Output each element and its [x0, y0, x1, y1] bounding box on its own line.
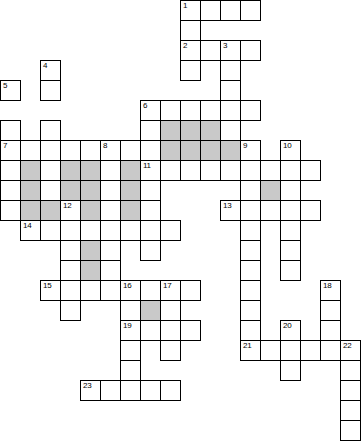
answer-cell-r11c6[interactable] — [120, 220, 141, 241]
shaded-cell-r15c7 — [140, 300, 161, 321]
answer-cell-r9c14[interactable] — [280, 180, 301, 201]
shaded-cell-r6c9 — [180, 120, 201, 141]
answer-cell-r17c17[interactable]: 22 — [340, 340, 361, 361]
shaded-cell-r7c11 — [220, 140, 241, 161]
answer-cell-r19c7[interactable] — [140, 380, 161, 401]
answer-cell-r14c9[interactable] — [180, 280, 201, 301]
answer-cell-r15c6[interactable] — [120, 300, 141, 321]
answer-cell-r12c5[interactable] — [100, 240, 121, 261]
clue-number-23: 23 — [83, 381, 91, 390]
clue-number-21: 21 — [243, 341, 251, 350]
shaded-cell-r8c1 — [20, 160, 41, 181]
answer-cell-r17c8[interactable] — [160, 340, 181, 361]
answer-cell-r12c3[interactable] — [60, 240, 81, 261]
answer-cell-r14c2[interactable]: 15 — [40, 280, 61, 301]
answer-cell-r14c7[interactable] — [140, 280, 161, 301]
answer-cell-r3c11[interactable] — [220, 60, 241, 81]
answer-cell-r17c6[interactable] — [120, 340, 141, 361]
answer-cell-r18c6[interactable] — [120, 360, 141, 381]
clue-number-2: 2 — [183, 41, 187, 50]
answer-cell-r6c2[interactable] — [40, 120, 61, 141]
shaded-cell-r9c3 — [60, 180, 81, 201]
answer-cell-r15c12[interactable] — [240, 300, 261, 321]
clue-number-5: 5 — [3, 81, 7, 90]
answer-cell-r14c16[interactable]: 18 — [320, 280, 341, 301]
answer-cell-r5c9[interactable] — [180, 100, 201, 121]
clue-number-12: 12 — [63, 201, 71, 210]
clue-number-22: 22 — [343, 341, 351, 350]
answer-cell-r17c15[interactable] — [300, 340, 321, 361]
clue-number-8: 8 — [103, 141, 107, 150]
shaded-cell-r10c2 — [40, 200, 61, 221]
answer-cell-r8c13[interactable] — [260, 160, 281, 181]
answer-cell-r16c9[interactable] — [180, 320, 201, 341]
answer-cell-r11c1[interactable]: 14 — [20, 220, 41, 241]
clue-number-7: 7 — [3, 141, 7, 150]
answer-cell-r21c17[interactable] — [340, 420, 361, 441]
answer-cell-r10c3[interactable]: 12 — [60, 200, 81, 221]
answer-cell-r7c14[interactable]: 10 — [280, 140, 301, 161]
shaded-cell-r9c1 — [20, 180, 41, 201]
answer-cell-r6c11[interactable] — [220, 120, 241, 141]
shaded-cell-r10c1 — [20, 200, 41, 221]
answer-cell-r14c6[interactable]: 16 — [120, 280, 141, 301]
answer-cell-r16c14[interactable]: 20 — [280, 320, 301, 341]
answer-cell-r10c12[interactable] — [240, 200, 261, 221]
answer-cell-r8c5[interactable] — [100, 160, 121, 181]
clue-number-1: 1 — [183, 1, 187, 10]
answer-cell-r8c12[interactable] — [240, 160, 261, 181]
answer-cell-r2c10[interactable] — [200, 40, 221, 61]
answer-cell-r10c7[interactable] — [140, 200, 161, 221]
clue-number-4: 4 — [43, 61, 47, 70]
answer-cell-r8c2[interactable] — [40, 160, 61, 181]
answer-cell-r14c12[interactable] — [240, 280, 261, 301]
answer-cell-r6c7[interactable] — [140, 120, 161, 141]
answer-cell-r0c9[interactable]: 1 — [180, 0, 201, 21]
answer-cell-r10c5[interactable] — [100, 200, 121, 221]
shaded-cell-r9c13 — [260, 180, 281, 201]
answer-cell-r2c12[interactable] — [240, 40, 261, 61]
answer-cell-r4c11[interactable] — [220, 80, 241, 101]
answer-cell-r9c7[interactable] — [140, 180, 161, 201]
answer-cell-r8c11[interactable] — [220, 160, 241, 181]
answer-cell-r14c3[interactable] — [60, 280, 81, 301]
answer-cell-r13c5[interactable] — [100, 260, 121, 281]
answer-cell-r7c6[interactable] — [120, 140, 141, 161]
answer-cell-r14c5[interactable] — [100, 280, 121, 301]
shaded-cell-r8c4 — [80, 160, 101, 181]
clue-number-6: 6 — [143, 101, 147, 110]
answer-cell-r9c0[interactable] — [0, 180, 21, 201]
shaded-cell-r9c6 — [120, 180, 141, 201]
clue-number-14: 14 — [23, 221, 31, 230]
answer-cell-r19c8[interactable] — [160, 380, 181, 401]
shaded-cell-r6c10 — [200, 120, 221, 141]
answer-cell-r0c10[interactable] — [200, 0, 221, 21]
answer-cell-r19c6[interactable] — [120, 380, 141, 401]
answer-cell-r8c8[interactable] — [160, 160, 181, 181]
answer-cell-r4c2[interactable] — [40, 80, 61, 101]
answer-cell-r0c11[interactable] — [220, 0, 241, 21]
answer-cell-r16c7[interactable] — [140, 320, 161, 341]
answer-cell-r9c12[interactable] — [240, 180, 261, 201]
clue-number-11: 11 — [143, 161, 151, 170]
answer-cell-r10c13[interactable] — [260, 200, 281, 221]
answer-cell-r16c8[interactable] — [160, 320, 181, 341]
answer-cell-r11c4[interactable] — [80, 220, 101, 241]
answer-cell-r11c7[interactable] — [140, 220, 161, 241]
answer-cell-r10c14[interactable] — [280, 200, 301, 221]
answer-cell-r0c12[interactable] — [240, 0, 261, 21]
answer-cell-r3c9[interactable] — [180, 60, 201, 81]
clue-number-15: 15 — [43, 281, 51, 290]
answer-cell-r5c8[interactable] — [160, 100, 181, 121]
answer-cell-r15c8[interactable] — [160, 300, 181, 321]
answer-cell-r15c16[interactable] — [320, 300, 341, 321]
answer-cell-r13c14[interactable] — [280, 260, 301, 281]
answer-cell-r12c12[interactable] — [240, 240, 261, 261]
clue-number-16: 16 — [123, 281, 131, 290]
answer-cell-r7c0[interactable]: 7 — [0, 140, 21, 161]
answer-cell-r8c0[interactable] — [0, 160, 21, 181]
answer-cell-r18c14[interactable] — [280, 360, 301, 381]
answer-cell-r7c3[interactable] — [60, 140, 81, 161]
shaded-cell-r13c4 — [80, 260, 101, 281]
answer-cell-r17c12[interactable]: 21 — [240, 340, 261, 361]
clue-number-20: 20 — [283, 321, 291, 330]
answer-cell-r16c12[interactable] — [240, 320, 261, 341]
clue-number-18: 18 — [323, 281, 331, 290]
shaded-cell-r7c8 — [160, 140, 181, 161]
clue-number-19: 19 — [123, 321, 131, 330]
crossword-grid: 1234567891011121314151617181920212223 — [0, 0, 361, 441]
answer-cell-r17c16[interactable] — [320, 340, 341, 361]
answer-cell-r19c4[interactable]: 23 — [80, 380, 101, 401]
answer-cell-r9c5[interactable] — [100, 180, 121, 201]
answer-cell-r3c2[interactable]: 4 — [40, 60, 61, 81]
answer-cell-r7c7[interactable] — [140, 140, 161, 161]
answer-cell-r16c6[interactable]: 19 — [120, 320, 141, 341]
answer-cell-r19c17[interactable] — [340, 380, 361, 401]
answer-cell-r13c12[interactable] — [240, 260, 261, 281]
answer-cell-r5c10[interactable] — [200, 100, 221, 121]
answer-cell-r14c4[interactable] — [80, 280, 101, 301]
answer-cell-r11c14[interactable] — [280, 220, 301, 241]
shaded-cell-r10c6 — [120, 200, 141, 221]
answer-cell-r8c7[interactable]: 11 — [140, 160, 161, 181]
shaded-cell-r7c9 — [180, 140, 201, 161]
answer-cell-r2c9[interactable]: 2 — [180, 40, 201, 61]
answer-cell-r6c0[interactable] — [0, 120, 21, 141]
clue-number-9: 9 — [243, 141, 247, 150]
answer-cell-r11c12[interactable] — [240, 220, 261, 241]
answer-cell-r7c5[interactable]: 8 — [100, 140, 121, 161]
answer-cell-r11c2[interactable] — [40, 220, 61, 241]
answer-cell-r14c8[interactable]: 17 — [160, 280, 181, 301]
answer-cell-r12c14[interactable] — [280, 240, 301, 261]
answer-cell-r10c0[interactable] — [0, 200, 21, 221]
answer-cell-r10c11[interactable]: 13 — [220, 200, 241, 221]
answer-cell-r11c5[interactable] — [100, 220, 121, 241]
answer-cell-r13c3[interactable] — [60, 260, 81, 281]
shaded-cell-r12c4 — [80, 240, 101, 261]
answer-cell-r4c0[interactable]: 5 — [0, 80, 21, 101]
shaded-cell-r10c4 — [80, 200, 101, 221]
answer-cell-r15c3[interactable] — [60, 300, 81, 321]
answer-cell-r18c17[interactable] — [340, 360, 361, 381]
answer-cell-r17c14[interactable] — [280, 340, 301, 361]
answer-cell-r2c11[interactable]: 3 — [220, 40, 241, 61]
shaded-cell-r6c8 — [160, 120, 181, 141]
answer-cell-r12c7[interactable] — [140, 240, 161, 261]
answer-cell-r8c9[interactable] — [180, 160, 201, 181]
answer-cell-r1c9[interactable] — [180, 20, 201, 41]
clue-number-17: 17 — [163, 281, 171, 290]
answer-cell-r8c15[interactable] — [300, 160, 321, 181]
answer-cell-r8c14[interactable] — [280, 160, 301, 181]
shaded-cell-r8c6 — [120, 160, 141, 181]
answer-cell-r17c13[interactable] — [260, 340, 281, 361]
answer-cell-r8c10[interactable] — [200, 160, 221, 181]
answer-cell-r5c7[interactable]: 6 — [140, 100, 161, 121]
answer-cell-r5c12[interactable] — [240, 100, 261, 121]
shaded-cell-r7c10 — [200, 140, 221, 161]
answer-cell-r11c3[interactable] — [60, 220, 81, 241]
shaded-cell-r9c4 — [80, 180, 101, 201]
answer-cell-r5c11[interactable] — [220, 100, 241, 121]
answer-cell-r10c15[interactable] — [300, 200, 321, 221]
answer-cell-r11c8[interactable] — [160, 220, 181, 241]
shaded-cell-r8c3 — [60, 160, 81, 181]
answer-cell-r7c1[interactable] — [20, 140, 41, 161]
answer-cell-r20c17[interactable] — [340, 400, 361, 421]
clue-number-3: 3 — [223, 41, 227, 50]
answer-cell-r9c2[interactable] — [40, 180, 61, 201]
clue-number-10: 10 — [283, 141, 291, 150]
answer-cell-r7c4[interactable] — [80, 140, 101, 161]
answer-cell-r7c2[interactable] — [40, 140, 61, 161]
answer-cell-r19c5[interactable] — [100, 380, 121, 401]
answer-cell-r16c16[interactable] — [320, 320, 341, 341]
answer-cell-r7c12[interactable]: 9 — [240, 140, 261, 161]
clue-number-13: 13 — [223, 201, 231, 210]
